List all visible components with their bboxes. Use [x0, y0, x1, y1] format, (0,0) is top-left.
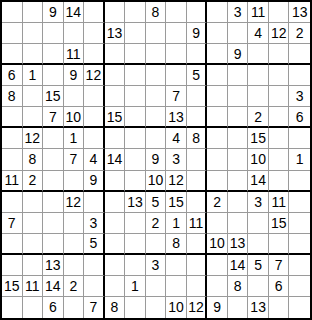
cell-r12c2[interactable]: [23, 234, 44, 255]
cell-r6c2[interactable]: [23, 107, 44, 128]
cell-r6c15: 6: [289, 107, 310, 128]
cell-r11c10: 11: [187, 213, 208, 234]
cell-r6c7[interactable]: [125, 107, 146, 128]
cell-r2c5[interactable]: [84, 23, 105, 44]
cell-r9c10[interactable]: [187, 171, 208, 192]
cell-r2c12[interactable]: [228, 23, 249, 44]
cell-r8c13: 10: [248, 149, 269, 170]
cell-r7c12[interactable]: [228, 128, 249, 149]
cell-r14c15[interactable]: [289, 276, 310, 297]
cell-r7c5[interactable]: [84, 128, 105, 149]
cell-r13c4[interactable]: [64, 255, 85, 276]
cell-r7c6[interactable]: [105, 128, 126, 149]
cell-r7c13: 15: [248, 128, 269, 149]
cell-r14c2: 11: [23, 276, 44, 297]
cell-r5c1: 8: [2, 86, 23, 107]
cell-r12c8[interactable]: [146, 234, 167, 255]
cell-r1c14[interactable]: [269, 2, 290, 23]
cell-r1c6[interactable]: [105, 2, 126, 23]
cell-r10c10[interactable]: [187, 192, 208, 213]
cell-r14c1: 15: [2, 276, 23, 297]
cell-r7c9: 4: [166, 128, 187, 149]
cell-r8c2: 8: [23, 149, 44, 170]
cell-r4c1: 6: [2, 65, 23, 86]
cell-r11c1: 7: [2, 213, 23, 234]
cell-r8c7[interactable]: [125, 149, 146, 170]
cell-r14c6[interactable]: [105, 276, 126, 297]
cell-r5c8[interactable]: [146, 86, 167, 107]
cell-r11c7[interactable]: [125, 213, 146, 234]
cell-r9c4[interactable]: [64, 171, 85, 192]
cell-r12c3[interactable]: [43, 234, 64, 255]
cell-r15c11: 9: [207, 297, 228, 318]
cell-r13c5[interactable]: [84, 255, 105, 276]
cell-r14c8[interactable]: [146, 276, 167, 297]
cell-r12c10[interactable]: [187, 234, 208, 255]
cell-r13c13: 5: [248, 255, 269, 276]
cell-r12c13[interactable]: [248, 234, 269, 255]
cell-r13c8: 3: [146, 255, 167, 276]
cell-r14c10[interactable]: [187, 276, 208, 297]
cell-r1c5[interactable]: [84, 2, 105, 23]
cell-r9c15[interactable]: [289, 171, 310, 192]
cell-r15c4[interactable]: [64, 297, 85, 318]
cell-r4c5: 12: [84, 65, 105, 86]
cell-r11c11[interactable]: [207, 213, 228, 234]
cell-r13c1[interactable]: [2, 255, 23, 276]
sudoku-puzzle: 9148311131394122119619125815737101513261…: [0, 0, 312, 320]
cell-r13c12: 14: [228, 255, 249, 276]
cell-r2c3[interactable]: [43, 23, 64, 44]
cell-r6c11[interactable]: [207, 107, 228, 128]
cell-r14c9[interactable]: [166, 276, 187, 297]
cell-r2c6: 13: [105, 23, 126, 44]
cell-r4c7[interactable]: [125, 65, 146, 86]
cell-r8c4: 7: [64, 149, 85, 170]
cell-r8c9: 3: [166, 149, 187, 170]
cell-r11c8: 2: [146, 213, 167, 234]
cell-r9c5: 9: [84, 171, 105, 192]
cell-r7c4: 1: [64, 128, 85, 149]
cell-r8c11[interactable]: [207, 149, 228, 170]
cell-r1c15: 13: [289, 2, 310, 23]
cell-r6c6: 15: [105, 107, 126, 128]
cell-r9c13: 14: [248, 171, 269, 192]
cell-r6c9: 13: [166, 107, 187, 128]
cell-r14c3: 14: [43, 276, 64, 297]
cell-r3c4: 11: [64, 44, 85, 65]
cell-r4c15[interactable]: [289, 65, 310, 86]
cell-r15c10: 12: [187, 297, 208, 318]
cell-r9c12[interactable]: [228, 171, 249, 192]
cell-r14c7: 1: [125, 276, 146, 297]
cell-r14c13[interactable]: [248, 276, 269, 297]
cell-r11c9: 1: [166, 213, 187, 234]
cell-r2c13: 4: [248, 23, 269, 44]
cell-r15c14[interactable]: [269, 297, 290, 318]
cell-r1c13: 11: [248, 2, 269, 23]
cell-r15c6: 8: [105, 297, 126, 318]
cell-r11c6[interactable]: [105, 213, 126, 234]
cell-r9c6[interactable]: [105, 171, 126, 192]
cell-r10c3[interactable]: [43, 192, 64, 213]
cell-r11c12[interactable]: [228, 213, 249, 234]
cell-r3c10[interactable]: [187, 44, 208, 65]
cell-r3c1[interactable]: [2, 44, 23, 65]
cell-r1c7[interactable]: [125, 2, 146, 23]
cell-r15c1[interactable]: [2, 297, 23, 318]
cell-r3c12: 9: [228, 44, 249, 65]
cell-r5c14[interactable]: [269, 86, 290, 107]
cell-r11c5: 3: [84, 213, 105, 234]
cell-r2c1[interactable]: [2, 23, 23, 44]
cell-r15c2[interactable]: [23, 297, 44, 318]
cell-r15c8[interactable]: [146, 297, 167, 318]
cell-r3c6[interactable]: [105, 44, 126, 65]
cell-r3c15[interactable]: [289, 44, 310, 65]
cell-r5c2[interactable]: [23, 86, 44, 107]
cell-r12c7[interactable]: [125, 234, 146, 255]
cell-r13c6[interactable]: [105, 255, 126, 276]
cell-r15c13: 13: [248, 297, 269, 318]
cell-r6c5[interactable]: [84, 107, 105, 128]
cell-r15c12[interactable]: [228, 297, 249, 318]
cell-r10c9: 15: [166, 192, 187, 213]
cell-r6c14[interactable]: [269, 107, 290, 128]
cell-r8c1[interactable]: [2, 149, 23, 170]
cell-r15c3: 6: [43, 297, 64, 318]
cell-r2c9[interactable]: [166, 23, 187, 44]
cell-r9c1: 11: [2, 171, 23, 192]
cell-r1c3: 9: [43, 2, 64, 23]
cell-r4c4: 9: [64, 65, 85, 86]
cell-r11c15[interactable]: [289, 213, 310, 234]
cell-r14c11[interactable]: [207, 276, 228, 297]
cell-r5c6[interactable]: [105, 86, 126, 107]
cell-r7c14[interactable]: [269, 128, 290, 149]
cell-r13c11[interactable]: [207, 255, 228, 276]
cell-r14c14: 6: [269, 276, 290, 297]
cell-r10c15[interactable]: [289, 192, 310, 213]
cell-r4c2: 1: [23, 65, 44, 86]
cell-r1c11[interactable]: [207, 2, 228, 23]
cell-r5c10[interactable]: [187, 86, 208, 107]
cell-r9c11[interactable]: [207, 171, 228, 192]
cell-r1c9[interactable]: [166, 2, 187, 23]
cell-r10c12[interactable]: [228, 192, 249, 213]
cell-r11c4[interactable]: [64, 213, 85, 234]
cell-r12c5: 5: [84, 234, 105, 255]
cell-r10c5[interactable]: [84, 192, 105, 213]
cell-r2c2[interactable]: [23, 23, 44, 44]
cell-r3c5[interactable]: [84, 44, 105, 65]
cell-r12c11: 10: [207, 234, 228, 255]
cell-r12c15[interactable]: [289, 234, 310, 255]
cell-r3c8[interactable]: [146, 44, 167, 65]
cell-r2c10: 9: [187, 23, 208, 44]
cell-r8c10[interactable]: [187, 149, 208, 170]
cell-r3c11[interactable]: [207, 44, 228, 65]
cell-r1c8: 8: [146, 2, 167, 23]
cell-r3c3[interactable]: [43, 44, 64, 65]
cell-r3c13[interactable]: [248, 44, 269, 65]
cell-r9c9: 12: [166, 171, 187, 192]
cell-r2c14: 12: [269, 23, 290, 44]
cell-r13c2[interactable]: [23, 255, 44, 276]
cell-r6c12[interactable]: [228, 107, 249, 128]
cell-r5c9: 7: [166, 86, 187, 107]
cell-r8c8: 9: [146, 149, 167, 170]
cell-r10c8: 5: [146, 192, 167, 213]
cell-r10c6[interactable]: [105, 192, 126, 213]
cell-r3c14[interactable]: [269, 44, 290, 65]
cell-r4c3[interactable]: [43, 65, 64, 86]
cell-r5c5[interactable]: [84, 86, 105, 107]
cell-r7c1[interactable]: [2, 128, 23, 149]
cell-r10c1[interactable]: [2, 192, 23, 213]
cell-r12c12: 13: [228, 234, 249, 255]
cell-r10c14: 11: [269, 192, 290, 213]
cell-r6c1[interactable]: [2, 107, 23, 128]
cell-r10c7: 13: [125, 192, 146, 213]
cell-r10c13: 3: [248, 192, 269, 213]
cell-r13c3: 13: [43, 255, 64, 276]
cell-r13c10[interactable]: [187, 255, 208, 276]
cell-r8c5: 4: [84, 149, 105, 170]
cell-r2c11[interactable]: [207, 23, 228, 44]
cell-r4c11[interactable]: [207, 65, 228, 86]
cell-r7c7[interactable]: [125, 128, 146, 149]
cell-r7c8[interactable]: [146, 128, 167, 149]
cell-r2c15: 2: [289, 23, 310, 44]
cell-r10c4: 12: [64, 192, 85, 213]
cell-r15c5: 7: [84, 297, 105, 318]
cell-r2c7[interactable]: [125, 23, 146, 44]
cell-r12c4[interactable]: [64, 234, 85, 255]
cell-r1c10[interactable]: [187, 2, 208, 23]
cell-r1c4: 14: [64, 2, 85, 23]
cell-r12c14[interactable]: [269, 234, 290, 255]
cell-r11c13[interactable]: [248, 213, 269, 234]
cell-r7c15[interactable]: [289, 128, 310, 149]
cell-r2c4[interactable]: [64, 23, 85, 44]
cell-r8c14[interactable]: [269, 149, 290, 170]
cell-r8c12[interactable]: [228, 149, 249, 170]
cell-r3c2[interactable]: [23, 44, 44, 65]
cell-r6c4: 10: [64, 107, 85, 128]
cell-r15c15[interactable]: [289, 297, 310, 318]
cell-r12c9: 8: [166, 234, 187, 255]
cell-r6c10[interactable]: [187, 107, 208, 128]
cell-r5c7[interactable]: [125, 86, 146, 107]
cell-r4c13[interactable]: [248, 65, 269, 86]
cell-r7c3[interactable]: [43, 128, 64, 149]
sudoku-board: 9148311131394122119619125815737101513261…: [0, 0, 312, 320]
cell-r3c7[interactable]: [125, 44, 146, 65]
cell-r6c8[interactable]: [146, 107, 167, 128]
cell-r4c14[interactable]: [269, 65, 290, 86]
cell-r6c3: 7: [43, 107, 64, 128]
cell-r4c8[interactable]: [146, 65, 167, 86]
cell-r9c8: 10: [146, 171, 167, 192]
cell-r3c9[interactable]: [166, 44, 187, 65]
cell-r11c14: 15: [269, 213, 290, 234]
cell-r5c15: 3: [289, 86, 310, 107]
cell-r5c3: 15: [43, 86, 64, 107]
cell-r9c14[interactable]: [269, 171, 290, 192]
cell-r12c1[interactable]: [2, 234, 23, 255]
cell-r5c12[interactable]: [228, 86, 249, 107]
cell-r13c14: 7: [269, 255, 290, 276]
cell-r7c2: 12: [23, 128, 44, 149]
cell-r15c7[interactable]: [125, 297, 146, 318]
cell-r8c3[interactable]: [43, 149, 64, 170]
cell-r6c13: 2: [248, 107, 269, 128]
cell-r11c2[interactable]: [23, 213, 44, 234]
cell-r1c1[interactable]: [2, 2, 23, 23]
cell-r13c15[interactable]: [289, 255, 310, 276]
cell-r4c6[interactable]: [105, 65, 126, 86]
cell-r15c9: 10: [166, 297, 187, 318]
cell-r5c13[interactable]: [248, 86, 269, 107]
cell-r4c12[interactable]: [228, 65, 249, 86]
cell-r14c4: 2: [64, 276, 85, 297]
cell-r1c2[interactable]: [23, 2, 44, 23]
cell-r12c6[interactable]: [105, 234, 126, 255]
cell-r7c10: 8: [187, 128, 208, 149]
cell-r8c15: 1: [289, 149, 310, 170]
cell-r10c2[interactable]: [23, 192, 44, 213]
cell-r9c3[interactable]: [43, 171, 64, 192]
cell-r5c4[interactable]: [64, 86, 85, 107]
cell-r7c11[interactable]: [207, 128, 228, 149]
cell-r11c3[interactable]: [43, 213, 64, 234]
cell-r1c12: 3: [228, 2, 249, 23]
cell-r4c10: 5: [187, 65, 208, 86]
cell-r8c6: 14: [105, 149, 126, 170]
cell-r9c2: 2: [23, 171, 44, 192]
cell-r5c11[interactable]: [207, 86, 228, 107]
cell-r14c12: 8: [228, 276, 249, 297]
cell-r14c5[interactable]: [84, 276, 105, 297]
cell-r4c9[interactable]: [166, 65, 187, 86]
cell-r13c9[interactable]: [166, 255, 187, 276]
cell-r13c7[interactable]: [125, 255, 146, 276]
cell-r9c7[interactable]: [125, 171, 146, 192]
cell-r2c8[interactable]: [146, 23, 167, 44]
cell-r10c11: 2: [207, 192, 228, 213]
